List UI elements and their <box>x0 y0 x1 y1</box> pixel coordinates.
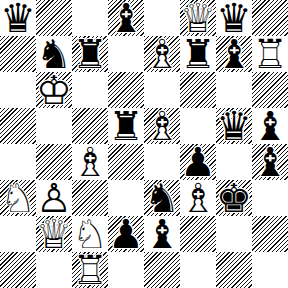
white-piece-fill: ♝ <box>180 178 216 218</box>
piece-black-knight: ♞ <box>144 180 180 216</box>
square-c2[interactable]: ♞♘ <box>72 216 108 252</box>
white-piece-outline: ♙ <box>36 178 72 218</box>
piece-white-bishop: ♝♗ <box>180 180 216 216</box>
square-c1[interactable]: ♜♖ <box>72 252 108 288</box>
square-g7[interactable]: ♝ <box>216 36 252 72</box>
square-g8[interactable]: ♛ <box>216 0 252 36</box>
piece-black-queen: ♛ <box>216 0 252 36</box>
square-a6[interactable] <box>0 72 36 108</box>
black-piece-glyph: ♞ <box>144 178 180 218</box>
black-piece-glyph: ♝ <box>216 34 252 74</box>
square-c5[interactable] <box>72 108 108 144</box>
square-c6[interactable] <box>72 72 108 108</box>
piece-black-knight: ♞ <box>36 36 72 72</box>
piece-white-knight: ♞♘ <box>72 216 108 252</box>
square-f4[interactable]: ♟ <box>180 144 216 180</box>
square-d4[interactable] <box>108 144 144 180</box>
square-d3[interactable] <box>108 180 144 216</box>
square-e7[interactable]: ♝♗ <box>144 36 180 72</box>
black-piece-glyph: ♛ <box>216 0 252 38</box>
piece-black-queen: ♛ <box>216 108 252 144</box>
square-h6[interactable] <box>252 72 288 108</box>
black-piece-glyph: ♝ <box>252 106 288 146</box>
piece-black-queen: ♛ <box>0 0 36 36</box>
black-piece-glyph: ♜ <box>72 34 108 74</box>
square-b7[interactable]: ♞ <box>36 36 72 72</box>
square-a3[interactable]: ♞♘ <box>0 180 36 216</box>
square-h5[interactable]: ♝ <box>252 108 288 144</box>
piece-white-knight: ♞♘ <box>0 180 36 216</box>
piece-white-bishop: ♝♗ <box>144 108 180 144</box>
square-e3[interactable]: ♞ <box>144 180 180 216</box>
white-piece-outline: ♗ <box>180 178 216 218</box>
square-d2[interactable]: ♟ <box>108 216 144 252</box>
square-f7[interactable]: ♜ <box>180 36 216 72</box>
square-e2[interactable]: ♝ <box>144 216 180 252</box>
piece-white-pawn: ♟♙ <box>36 180 72 216</box>
black-piece-glyph: ♟ <box>108 214 144 254</box>
white-piece-fill: ♚ <box>36 70 72 110</box>
piece-black-bishop: ♝ <box>144 216 180 252</box>
square-d6[interactable] <box>108 72 144 108</box>
square-d5[interactable]: ♜ <box>108 108 144 144</box>
piece-white-king: ♚♔ <box>36 72 72 108</box>
square-a7[interactable] <box>0 36 36 72</box>
black-piece-glyph: ♞ <box>36 34 72 74</box>
white-piece-outline: ♕ <box>180 0 216 38</box>
piece-black-bishop: ♝ <box>252 144 288 180</box>
piece-black-bishop: ♝ <box>108 0 144 36</box>
square-h7[interactable]: ♜♖ <box>252 36 288 72</box>
square-b4[interactable] <box>36 144 72 180</box>
square-b8[interactable] <box>36 0 72 36</box>
black-piece-glyph: ♜ <box>108 106 144 146</box>
square-g6[interactable] <box>216 72 252 108</box>
black-piece-glyph: ♚ <box>216 178 252 218</box>
white-piece-outline: ♗ <box>72 142 108 182</box>
square-h3[interactable] <box>252 180 288 216</box>
square-g4[interactable] <box>216 144 252 180</box>
white-piece-fill: ♛ <box>180 0 216 38</box>
square-g5[interactable]: ♛ <box>216 108 252 144</box>
square-a5[interactable] <box>0 108 36 144</box>
white-piece-fill: ♜ <box>72 250 108 288</box>
square-b6[interactable]: ♚♔ <box>36 72 72 108</box>
white-piece-outline: ♕ <box>36 214 72 254</box>
square-f6[interactable] <box>180 72 216 108</box>
white-piece-fill: ♛ <box>36 214 72 254</box>
square-h2[interactable] <box>252 216 288 252</box>
black-piece-glyph: ♛ <box>0 0 36 38</box>
piece-white-rook: ♜♖ <box>252 36 288 72</box>
white-piece-outline: ♖ <box>72 250 108 288</box>
square-f2[interactable] <box>180 216 216 252</box>
piece-black-bishop: ♝ <box>216 36 252 72</box>
white-piece-fill: ♞ <box>0 178 36 218</box>
black-piece-glyph: ♝ <box>144 214 180 254</box>
white-piece-outline: ♗ <box>144 106 180 146</box>
square-f3[interactable]: ♝♗ <box>180 180 216 216</box>
white-piece-fill: ♝ <box>144 34 180 74</box>
square-a8[interactable]: ♛ <box>0 0 36 36</box>
piece-white-queen: ♛♕ <box>36 216 72 252</box>
square-h4[interactable]: ♝ <box>252 144 288 180</box>
square-b2[interactable]: ♛♕ <box>36 216 72 252</box>
black-piece-glyph: ♛ <box>216 106 252 146</box>
white-piece-outline: ♘ <box>72 214 108 254</box>
square-c7[interactable]: ♜ <box>72 36 108 72</box>
square-c4[interactable]: ♝♗ <box>72 144 108 180</box>
white-piece-fill: ♟ <box>36 178 72 218</box>
black-piece-glyph: ♜ <box>180 34 216 74</box>
white-piece-fill: ♞ <box>72 214 108 254</box>
square-e1[interactable] <box>144 252 180 288</box>
white-piece-outline: ♔ <box>36 70 72 110</box>
square-c8[interactable] <box>72 0 108 36</box>
piece-white-bishop: ♝♗ <box>72 144 108 180</box>
black-piece-glyph: ♝ <box>108 0 144 38</box>
square-h8[interactable] <box>252 0 288 36</box>
square-e5[interactable]: ♝♗ <box>144 108 180 144</box>
square-f5[interactable] <box>180 108 216 144</box>
square-e4[interactable] <box>144 144 180 180</box>
piece-white-queen: ♛♕ <box>180 0 216 36</box>
square-d7[interactable] <box>108 36 144 72</box>
piece-white-bishop: ♝♗ <box>144 36 180 72</box>
piece-black-king: ♚ <box>216 180 252 216</box>
square-g2[interactable] <box>216 216 252 252</box>
square-c3[interactable] <box>72 180 108 216</box>
square-g3[interactable]: ♚ <box>216 180 252 216</box>
square-a4[interactable] <box>0 144 36 180</box>
piece-white-rook: ♜♖ <box>72 252 108 288</box>
piece-black-rook: ♜ <box>108 108 144 144</box>
black-piece-glyph: ♝ <box>252 142 288 182</box>
square-f1[interactable] <box>180 252 216 288</box>
square-g1[interactable] <box>216 252 252 288</box>
square-b5[interactable] <box>36 108 72 144</box>
piece-black-pawn: ♟ <box>180 144 216 180</box>
black-piece-glyph: ♟ <box>180 142 216 182</box>
piece-black-rook: ♜ <box>180 36 216 72</box>
piece-black-pawn: ♟ <box>108 216 144 252</box>
piece-black-rook: ♜ <box>72 36 108 72</box>
square-e6[interactable] <box>144 72 180 108</box>
white-piece-outline: ♖ <box>252 34 288 74</box>
square-b1[interactable] <box>36 252 72 288</box>
white-piece-outline: ♗ <box>144 34 180 74</box>
square-f8[interactable]: ♛♕ <box>180 0 216 36</box>
square-e8[interactable] <box>144 0 180 36</box>
white-piece-fill: ♝ <box>144 106 180 146</box>
square-b3[interactable]: ♟♙ <box>36 180 72 216</box>
square-h1[interactable] <box>252 252 288 288</box>
white-piece-outline: ♘ <box>0 178 36 218</box>
white-piece-fill: ♝ <box>72 142 108 182</box>
chess-board: ♛♝♛♕♛♞♜♝♗♜♝♜♖♚♔♜♝♗♛♝♝♗♟♝♞♘♟♙♞♝♗♚♛♕♞♘♟♝♜♖ <box>0 0 288 288</box>
square-a1[interactable] <box>0 252 36 288</box>
white-piece-fill: ♜ <box>252 34 288 74</box>
piece-black-bishop: ♝ <box>252 108 288 144</box>
square-d1[interactable] <box>108 252 144 288</box>
square-a2[interactable] <box>0 216 36 252</box>
square-d8[interactable]: ♝ <box>108 0 144 36</box>
